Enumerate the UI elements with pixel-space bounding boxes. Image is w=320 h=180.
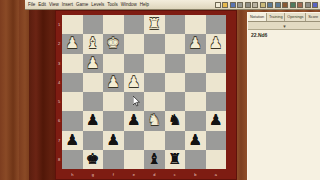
piece-black-P-g6[interactable]: ♟	[86, 111, 99, 130]
square-b2[interactable]: ♟	[185, 34, 206, 53]
square-f7[interactable]: ♟	[103, 131, 124, 150]
menu-item-help[interactable]: Help	[140, 1, 149, 9]
square-c1[interactable]	[165, 15, 186, 34]
file-label-b: b	[185, 170, 206, 178]
piece-white-P-g3[interactable]: ♟	[86, 54, 99, 73]
menu-bar: FileEditViewInsertGameLevelsToolsWindowH…	[25, 0, 320, 10]
square-f2[interactable]: ♚	[103, 34, 124, 53]
move-list: 22.Nd6	[248, 30, 320, 38]
menu-item-file[interactable]: File	[28, 1, 35, 9]
app-window: { "game": "chess", "position": { "fen": …	[0, 0, 320, 180]
cut-icon[interactable]	[245, 2, 251, 8]
square-f4[interactable]: ♟	[103, 73, 124, 92]
piece-white-P-b2[interactable]: ♟	[189, 34, 202, 53]
wood-plank	[29, 0, 58, 180]
square-g4[interactable]	[83, 73, 104, 92]
new-icon[interactable]	[215, 2, 221, 8]
square-g7[interactable]	[83, 131, 104, 150]
square-f3[interactable]	[103, 54, 124, 73]
notation-panel: NotationTrainingOpeningsScore ▾ 22.Nd6	[247, 12, 320, 180]
panel-body: 22.Nd6	[248, 30, 320, 180]
piece-black-P-h7[interactable]: ♟	[66, 131, 79, 150]
wood-background	[0, 0, 29, 180]
file-label-a: a	[206, 170, 227, 178]
square-f6[interactable]	[103, 111, 124, 130]
square-a8[interactable]	[206, 150, 227, 169]
menu-item-view[interactable]: View	[49, 1, 59, 9]
square-h6[interactable]	[62, 111, 83, 130]
piece-black-P-a6[interactable]: ♟	[209, 111, 222, 130]
open-icon[interactable]	[222, 2, 228, 8]
square-c8[interactable]: ♜	[165, 150, 186, 169]
square-h3[interactable]	[62, 54, 83, 73]
tab-notation[interactable]: Notation	[248, 13, 267, 21]
square-d7[interactable]	[144, 131, 165, 150]
piece-white-N-d6[interactable]: ♞	[148, 111, 161, 130]
square-d5[interactable]	[144, 92, 165, 111]
paste-icon[interactable]	[260, 2, 266, 8]
chess-board[interactable]: ♜♟♝♚♟♟♟♟♟♟♟♞♞♟♟♟♟♚♝♜	[62, 15, 226, 169]
square-b6[interactable]	[185, 111, 206, 130]
square-e1[interactable]	[124, 15, 145, 34]
piece-white-P-a2[interactable]: ♟	[209, 34, 222, 53]
square-c6[interactable]: ♞	[165, 111, 186, 130]
piece-black-R-c8[interactable]: ♜	[168, 150, 181, 169]
square-f5[interactable]	[103, 92, 124, 111]
square-a6[interactable]: ♟	[206, 111, 227, 130]
piece-white-P-e4[interactable]: ♟	[127, 73, 140, 92]
piece-white-R-d1[interactable]: ♜	[148, 15, 161, 34]
square-a5[interactable]	[206, 92, 227, 111]
panel-tabs: NotationTrainingOpeningsScore	[248, 13, 320, 22]
chevron-down-icon: ▾	[283, 23, 286, 29]
print-icon[interactable]	[237, 2, 243, 8]
flip-board-icon[interactable]	[282, 2, 288, 8]
database-icon[interactable]	[297, 2, 303, 8]
square-e3[interactable]	[124, 54, 145, 73]
square-d6[interactable]: ♞	[144, 111, 165, 130]
square-e7[interactable]	[124, 131, 145, 150]
menu-item-game[interactable]: Game	[76, 1, 88, 9]
square-c4[interactable]	[165, 73, 186, 92]
square-h5[interactable]	[62, 92, 83, 111]
square-a7[interactable]	[206, 131, 227, 150]
help-icon[interactable]	[312, 2, 318, 8]
undo-icon[interactable]	[267, 2, 273, 8]
square-e6[interactable]: ♟	[124, 111, 145, 130]
square-h2[interactable]: ♟	[62, 34, 83, 53]
mouse-cursor	[133, 96, 141, 107]
square-a1[interactable]	[206, 15, 227, 34]
square-e2[interactable]	[124, 34, 145, 53]
square-a4[interactable]	[206, 73, 227, 92]
square-c5[interactable]	[165, 92, 186, 111]
piece-black-P-b7[interactable]: ♟	[189, 131, 202, 150]
file-label-d: d	[144, 170, 165, 178]
piece-white-K-f2[interactable]: ♚	[107, 34, 120, 53]
square-d1[interactable]: ♜	[144, 15, 165, 34]
engine-icon[interactable]	[290, 2, 296, 8]
file-labels: hgfedcba	[62, 170, 226, 178]
window-icon[interactable]	[305, 2, 311, 8]
square-d4[interactable]	[144, 73, 165, 92]
file-label-g: g	[83, 170, 104, 178]
piece-white-B-g2[interactable]: ♝	[86, 34, 99, 53]
square-b1[interactable]	[185, 15, 206, 34]
square-h8[interactable]	[62, 150, 83, 169]
panel-header[interactable]: ▾	[248, 22, 320, 30]
piece-white-P-f4[interactable]: ♟	[107, 73, 120, 92]
square-d3[interactable]	[144, 54, 165, 73]
square-g2[interactable]: ♝	[83, 34, 104, 53]
square-c7[interactable]	[165, 131, 186, 150]
file-label-e: e	[124, 170, 145, 178]
square-g1[interactable]	[83, 15, 104, 34]
square-h7[interactable]: ♟	[62, 131, 83, 150]
piece-black-K-g8[interactable]: ♚	[86, 150, 99, 169]
piece-black-N-c6[interactable]: ♞	[168, 111, 181, 130]
square-g8[interactable]: ♚	[83, 150, 104, 169]
square-d2[interactable]	[144, 34, 165, 53]
square-b4[interactable]	[185, 73, 206, 92]
square-f1[interactable]	[103, 15, 124, 34]
file-label-h: h	[62, 170, 83, 178]
square-g3[interactable]: ♟	[83, 54, 104, 73]
piece-black-P-e6[interactable]: ♟	[127, 111, 140, 130]
square-b7[interactable]: ♟	[185, 131, 206, 150]
square-a3[interactable]	[206, 54, 227, 73]
square-e8[interactable]	[124, 150, 145, 169]
square-g6[interactable]: ♟	[83, 111, 104, 130]
menu-item-edit[interactable]: Edit	[38, 1, 46, 9]
tab-openings[interactable]: Openings	[285, 13, 306, 21]
square-c2[interactable]	[165, 34, 186, 53]
square-f8[interactable]	[103, 150, 124, 169]
menu-item-levels[interactable]: Levels	[91, 1, 104, 9]
piece-black-P-f7[interactable]: ♟	[107, 131, 120, 150]
menu-items: FileEditViewInsertGameLevelsToolsWindowH…	[25, 1, 149, 9]
square-h4[interactable]	[62, 73, 83, 92]
menu-item-tools[interactable]: Tools	[107, 1, 118, 9]
save-icon[interactable]	[230, 2, 236, 8]
file-label-f: f	[103, 170, 124, 178]
square-b8[interactable]	[185, 150, 206, 169]
chess-board-frame: 12345678 ♜♟♝♚♟♟♟♟♟♟♟♞♞♟♟♟♟♚♝♜ hgfedcba	[55, 10, 237, 180]
piece-black-B-d8[interactable]: ♝	[148, 150, 161, 169]
redo-icon[interactable]	[275, 2, 281, 8]
tab-score[interactable]: Score	[306, 13, 320, 21]
square-a2[interactable]: ♟	[206, 34, 227, 53]
square-b3[interactable]	[185, 54, 206, 73]
menu-item-window[interactable]: Window	[121, 1, 137, 9]
square-c3[interactable]	[165, 54, 186, 73]
square-h1[interactable]	[62, 15, 83, 34]
square-e4[interactable]: ♟	[124, 73, 145, 92]
square-b5[interactable]	[185, 92, 206, 111]
piece-white-P-h2[interactable]: ♟	[66, 34, 79, 53]
file-label-c: c	[165, 170, 186, 178]
square-g5[interactable]	[83, 92, 104, 111]
copy-icon[interactable]	[252, 2, 258, 8]
tab-training[interactable]: Training	[267, 13, 285, 21]
square-d8[interactable]: ♝	[144, 150, 165, 169]
menu-item-insert[interactable]: Insert	[62, 1, 73, 9]
toolbar	[215, 2, 320, 8]
